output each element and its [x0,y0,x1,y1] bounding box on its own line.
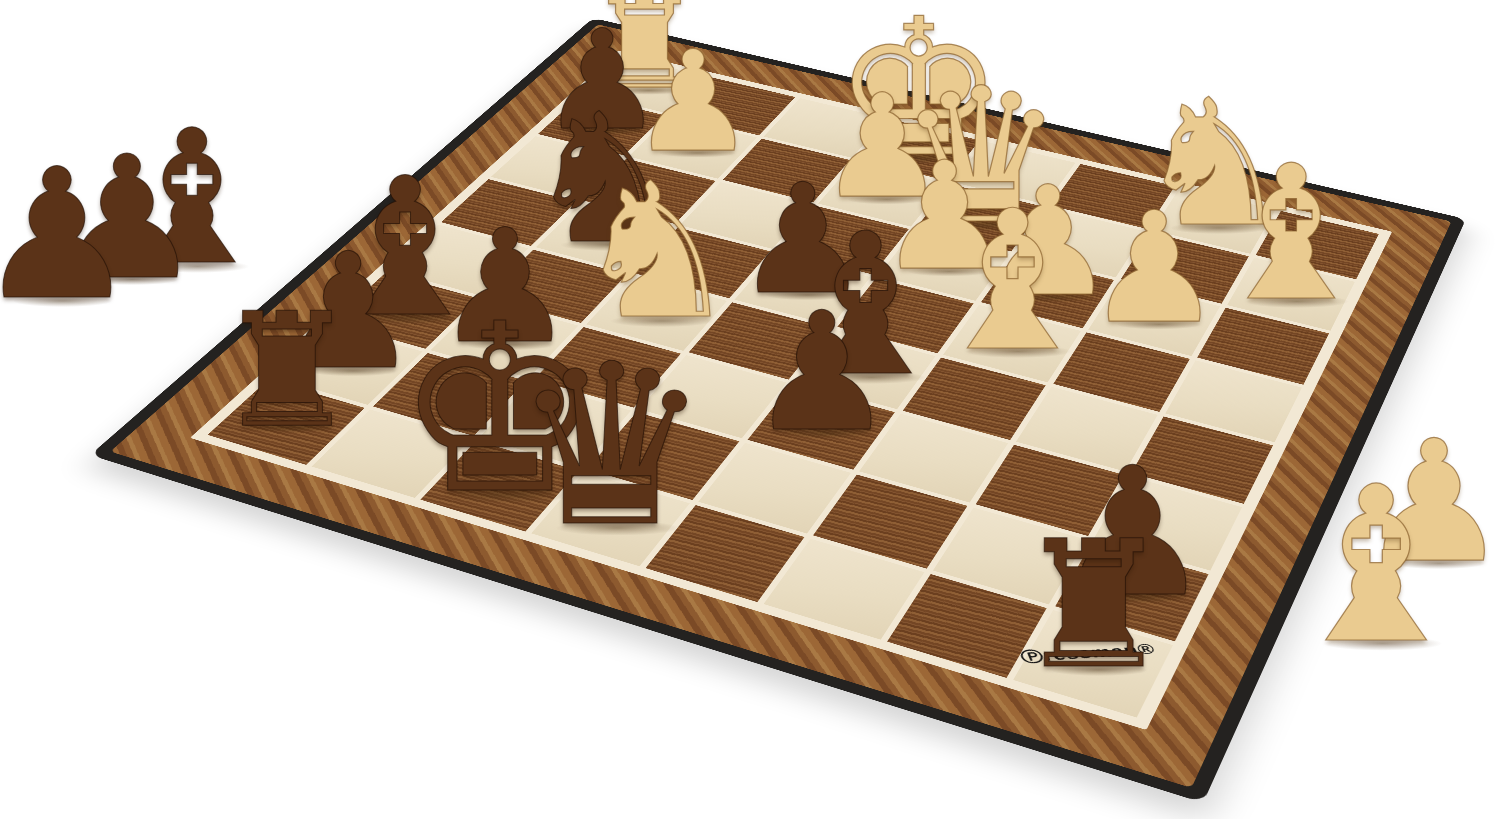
product-photo-stage: Ⓟressman® ♜♟♚♟♛♟♟♟♞♝♝♞♟♞♟♝♟♝♟♟♜♚♛♟♜♟♟♝♝♟ [0,0,1500,819]
piece-dark-pawn-captured-0[interactable]: ♟ [0,145,147,325]
piece-dark-rook-a8[interactable]: ♜ [1006,518,1182,694]
piece-dark-pawn-d6[interactable]: ♟ [740,291,904,455]
piece-dark-queen-e8[interactable]: ♛ [500,335,723,558]
piece-dark-rook-h8[interactable]: ♜ [208,292,365,449]
piece-light-bishop-captured-0[interactable]: ♝ [1269,458,1484,673]
